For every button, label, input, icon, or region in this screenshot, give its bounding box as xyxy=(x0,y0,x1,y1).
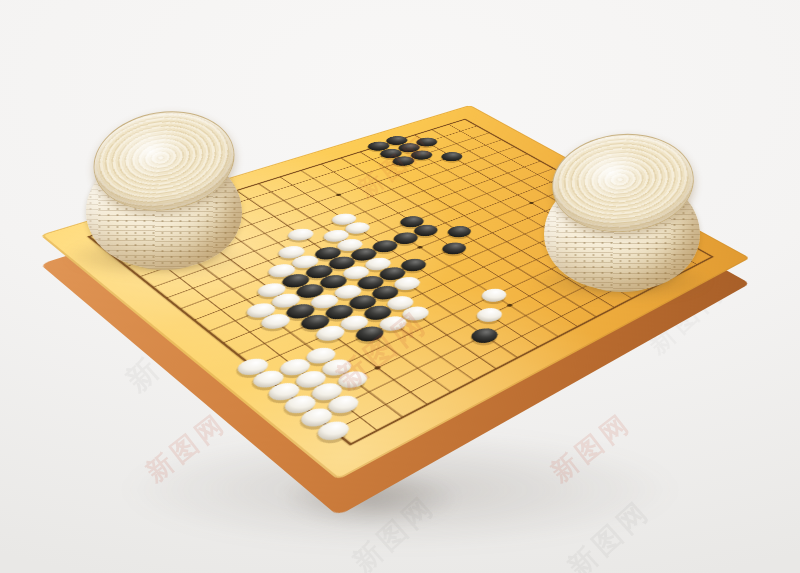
go-board-photo-scene: 新图网新图网新图网新图网 新图网新图网新图网新图网 xyxy=(0,0,800,573)
stone-bowl-right xyxy=(544,134,700,292)
stone-bowl-left xyxy=(86,112,242,270)
